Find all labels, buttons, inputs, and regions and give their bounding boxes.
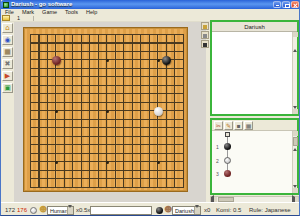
close-board-button[interactable]: ✖ [2,59,13,69]
new-game-icon[interactable] [2,15,10,21]
marker-button[interactable]: ▪ [234,121,243,130]
close-board-icon: ✖ [5,60,11,68]
tree-node-move-3[interactable] [224,170,231,177]
black-player-select[interactable]: Dariush [172,206,201,215]
tree-scroll-thumb[interactable] [293,137,298,146]
board-icon: ▦ [4,48,11,56]
board-grid[interactable] [26,30,188,192]
territory-icon: ▣ [4,84,11,92]
info-panel: Dariush [210,20,299,116]
black-player-value: Dariush [175,208,194,214]
tree-node-number: 2 [216,158,219,164]
chevron-down-icon[interactable] [67,207,73,214]
home-icon: ⌂ [5,24,9,32]
capture-counter-red: 176 [17,203,27,216]
tree-node-move-1[interactable] [224,143,231,150]
status-bar: 172 176 ☻ Human x0.5x0 ☻ Dariush x0 Komi… [1,202,300,216]
board-side-buttons [201,22,210,48]
grid-view-button[interactable]: ▦ [244,121,253,130]
app-icon [3,2,9,8]
tree-toolbar: ✂✎▪▦ [212,120,297,131]
move-counter: 1 [17,15,31,21]
white-player-value: Human [50,208,68,214]
score-mini-button[interactable] [201,31,209,39]
pass-mini-button[interactable] [201,22,209,30]
capture-counter-black: 172 [5,203,15,216]
scroll-up-icon[interactable] [293,131,298,136]
info-panel-body [212,32,297,114]
tree-node-number: 3 [216,171,219,177]
tree-node-number: 1 [216,144,219,150]
tree-scrollbar[interactable] [292,131,297,193]
stones-icon: ◉ [4,36,10,44]
rule-label: Rule: Japanese [249,203,291,216]
title-bar[interactable]: Dariush - go software [1,0,300,9]
prune-button[interactable]: ✂ [214,121,223,130]
tree-node-move-2[interactable] [224,157,231,164]
stone-white-Q10 [154,107,163,116]
window-title: Dariush - go software [11,0,273,9]
info-panel-scrollbar[interactable] [292,32,297,114]
move-input[interactable] [90,206,152,215]
board-button[interactable]: ▦ [2,47,13,57]
komi-label: Komi: 0.5 [216,203,241,216]
player-name-header: Dariush [212,22,297,32]
close-button[interactable] [291,1,299,8]
go-board [23,27,188,192]
edit-button[interactable]: ✎ [224,121,233,130]
scroll-down-icon[interactable] [293,109,298,114]
black-player-settings: x0 [204,203,210,216]
play-icon: ▶ [5,72,10,80]
root-node[interactable] [225,132,230,137]
board-area [14,22,206,202]
stones-button[interactable]: ◉ [2,35,13,45]
minimize-button[interactable] [273,1,281,8]
game-tree[interactable]: 123 [212,131,292,193]
stone-black-D16 [52,56,61,65]
stone-black-R16 [162,56,171,65]
home-button[interactable]: ⌂ [2,23,13,33]
white-player-select[interactable]: Human [47,206,74,215]
app-window: Dariush - go software FileMarkGameToolsH… [0,0,300,216]
scroll-up-icon[interactable] [293,32,298,37]
chevron-down-icon[interactable] [194,207,200,214]
game-tree-panel: ✂✎▪▦ 123 [210,118,299,195]
white-stone-icon [30,207,37,214]
territory-button[interactable]: ▣ [2,83,13,93]
left-toolbar: ⌂◉▦✖▶▣ [1,22,14,94]
black-stone-icon [156,207,163,214]
toolbar-separator [33,16,34,21]
scroll-down-icon[interactable] [293,188,298,193]
hint-mini-button[interactable] [201,40,209,48]
maximize-button[interactable] [282,1,290,8]
play-button[interactable]: ▶ [2,71,13,81]
